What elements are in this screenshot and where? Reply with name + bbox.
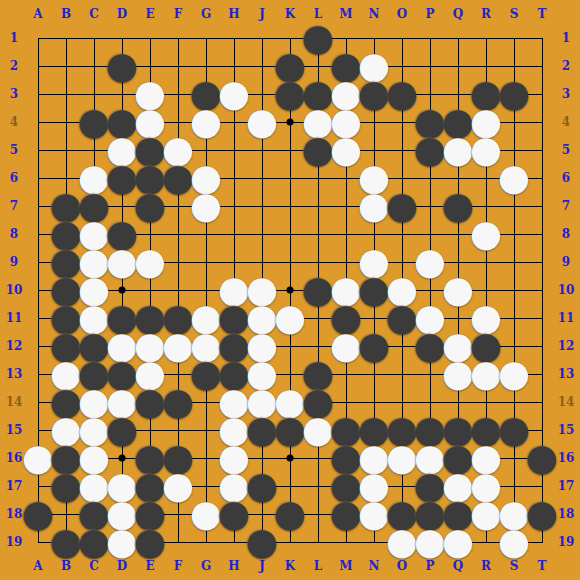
black-stone-L5: ● [304,136,332,164]
white-stone-O19: ● [388,528,416,556]
row-label-right-11: 11 [558,311,575,325]
black-stone-L10: ● [304,276,332,304]
point-Q5[interactable]: ● [444,136,472,164]
point-H4[interactable] [220,108,248,136]
point-L17[interactable] [304,472,332,500]
black-stone-J19: ● [248,528,276,556]
point-P1[interactable] [416,24,444,52]
point-O1[interactable] [388,24,416,52]
white-stone-J4: ● [248,108,276,136]
col-label-top-F: F [174,7,183,21]
point-C1[interactable] [80,24,108,52]
point-N18[interactable]: ● [360,500,388,528]
point-G9[interactable] [192,248,220,276]
point-R9[interactable] [472,248,500,276]
point-J17[interactable]: ● [248,472,276,500]
point-S13[interactable]: ● [500,360,528,388]
row-label-right-1: 1 [562,31,570,45]
col-label-bottom-K: K [285,559,295,573]
row-label-right-9: 9 [562,255,570,269]
point-D6[interactable]: ● [108,164,136,192]
row-label-right-3: 3 [562,87,570,101]
point-L5[interactable]: ● [304,136,332,164]
point-D2[interactable]: ● [108,52,136,80]
black-stone-H18: ● [220,500,248,528]
point-Q7[interactable]: ● [444,192,472,220]
point-T6[interactable] [528,164,556,192]
point-A10[interactable] [24,276,52,304]
point-T10[interactable] [528,276,556,304]
col-label-top-O: O [397,7,407,21]
point-T11[interactable] [528,304,556,332]
row-label-left-17: 17 [6,479,23,493]
point-A4[interactable] [24,108,52,136]
black-stone-L1: ● [304,24,332,52]
white-stone-A16: ● [24,444,52,472]
point-F18[interactable] [164,500,192,528]
col-label-top-P: P [425,7,434,21]
white-stone-Q19: ● [444,528,472,556]
point-N12[interactable]: ● [360,332,388,360]
col-label-top-N: N [369,7,380,21]
point-H6[interactable] [220,164,248,192]
point-A11[interactable] [24,304,52,332]
point-R19[interactable] [472,528,500,556]
point-B2[interactable] [52,52,80,80]
point-A5[interactable] [24,136,52,164]
col-label-top-R: R [481,7,491,21]
row-label-left-13: 13 [6,367,23,381]
point-J4[interactable]: ● [248,108,276,136]
black-stone-O7: ● [388,192,416,220]
star-point-K4 [287,119,294,126]
white-stone-P9: ● [416,248,444,276]
point-E19[interactable]: ● [136,528,164,556]
point-R5[interactable]: ● [472,136,500,164]
point-F17[interactable]: ● [164,472,192,500]
point-T12[interactable] [528,332,556,360]
white-stone-R18: ● [472,500,500,528]
white-stone-E9: ● [136,248,164,276]
point-J7[interactable] [248,192,276,220]
black-stone-N3: ● [360,80,388,108]
point-T7[interactable] [528,192,556,220]
point-N13[interactable] [360,360,388,388]
black-stone-A18: ● [24,500,52,528]
point-T14[interactable] [528,388,556,416]
point-P9[interactable]: ● [416,248,444,276]
row-label-left-7: 7 [10,199,18,213]
point-M7[interactable] [332,192,360,220]
star-point-K10 [287,287,294,294]
point-P19[interactable]: ● [416,528,444,556]
white-stone-K11: ● [276,304,304,332]
col-label-bottom-M: M [339,559,352,573]
point-B4[interactable] [52,108,80,136]
point-A14[interactable] [24,388,52,416]
point-P2[interactable] [416,52,444,80]
point-E7[interactable]: ● [136,192,164,220]
point-S1[interactable] [500,24,528,52]
white-stone-S13: ● [500,360,528,388]
black-stone-E19: ● [136,528,164,556]
point-L16[interactable] [304,444,332,472]
point-K16[interactable] [276,444,304,472]
point-A16[interactable]: ● [24,444,52,472]
point-F12[interactable]: ● [164,332,192,360]
point-T4[interactable] [528,108,556,136]
black-stone-C4: ● [80,108,108,136]
col-label-top-D: D [117,7,127,21]
row-label-right-19: 19 [558,535,575,549]
point-H8[interactable] [220,220,248,248]
black-stone-O3: ● [388,80,416,108]
point-G16[interactable] [192,444,220,472]
black-stone-C19: ● [80,528,108,556]
point-S19[interactable]: ● [500,528,528,556]
black-stone-D6: ● [108,164,136,192]
white-stone-Q5: ● [444,136,472,164]
point-C19[interactable]: ● [80,528,108,556]
point-R13[interactable]: ● [472,360,500,388]
point-S16[interactable] [500,444,528,472]
point-R6[interactable] [472,164,500,192]
point-N3[interactable]: ● [360,80,388,108]
point-P13[interactable] [416,360,444,388]
point-H5[interactable] [220,136,248,164]
row-label-right-13: 13 [558,367,575,381]
point-O12[interactable] [388,332,416,360]
black-stone-Q7: ● [444,192,472,220]
point-J8[interactable] [248,220,276,248]
point-M19[interactable] [332,528,360,556]
point-C4[interactable]: ● [80,108,108,136]
point-T13[interactable] [528,360,556,388]
point-S9[interactable] [500,248,528,276]
star-point-K16 [287,455,294,462]
point-F9[interactable] [164,248,192,276]
point-R18[interactable]: ● [472,500,500,528]
point-A7[interactable] [24,192,52,220]
row-label-right-12: 12 [558,339,575,353]
col-label-bottom-R: R [481,559,491,573]
point-B3[interactable] [52,80,80,108]
col-label-top-G: G [201,7,211,21]
white-stone-H3: ● [220,80,248,108]
row-label-right-10: 10 [558,283,575,297]
col-label-bottom-F: F [174,559,183,573]
point-L19[interactable] [304,528,332,556]
black-stone-S15: ● [500,416,528,444]
point-H1[interactable] [220,24,248,52]
point-L7[interactable] [304,192,332,220]
point-F6[interactable]: ● [164,164,192,192]
black-stone-K3: ● [276,80,304,108]
point-R8[interactable]: ● [472,220,500,248]
point-J6[interactable] [248,164,276,192]
point-M8[interactable] [332,220,360,248]
point-K15[interactable]: ● [276,416,304,444]
white-stone-N7: ● [360,192,388,220]
point-R1[interactable] [472,24,500,52]
white-stone-M5: ● [332,136,360,164]
point-T5[interactable] [528,136,556,164]
point-S3[interactable]: ● [500,80,528,108]
white-stone-S6: ● [500,164,528,192]
col-label-top-T: T [538,7,547,21]
point-J5[interactable] [248,136,276,164]
point-A6[interactable] [24,164,52,192]
point-G8[interactable] [192,220,220,248]
white-stone-N18: ● [360,500,388,528]
star-point-D16 [119,455,126,462]
white-stone-L15: ● [304,416,332,444]
point-P7[interactable] [416,192,444,220]
point-O7[interactable]: ● [388,192,416,220]
row-label-right-5: 5 [562,143,570,157]
point-F8[interactable] [164,220,192,248]
point-B19[interactable]: ● [52,528,80,556]
point-A12[interactable] [24,332,52,360]
black-stone-S3: ● [500,80,528,108]
row-label-left-6: 6 [10,171,18,185]
black-stone-K18: ● [276,500,304,528]
row-label-left-2: 2 [10,59,18,73]
point-A19[interactable] [24,528,52,556]
point-G7[interactable]: ● [192,192,220,220]
row-label-left-18: 18 [6,507,23,521]
row-label-right-6: 6 [562,171,570,185]
row-label-right-8: 8 [562,227,570,241]
point-F2[interactable] [164,52,192,80]
row-label-left-15: 15 [6,423,23,437]
point-N10[interactable]: ● [360,276,388,304]
row-label-left-16: 16 [6,451,23,465]
point-J15[interactable]: ● [248,416,276,444]
point-J19[interactable]: ● [248,528,276,556]
point-M18[interactable]: ● [332,500,360,528]
row-label-left-8: 8 [10,227,18,241]
point-F7[interactable] [164,192,192,220]
point-H18[interactable]: ● [220,500,248,528]
white-stone-S19: ● [500,528,528,556]
point-S6[interactable]: ● [500,164,528,192]
point-N7[interactable]: ● [360,192,388,220]
point-G19[interactable] [192,528,220,556]
point-D15[interactable]: ● [108,416,136,444]
point-Q2[interactable] [444,52,472,80]
point-T19[interactable] [528,528,556,556]
point-P12[interactable]: ● [416,332,444,360]
white-stone-R5: ● [472,136,500,164]
row-label-left-19: 19 [6,535,23,549]
point-G13[interactable]: ● [192,360,220,388]
point-F19[interactable] [164,528,192,556]
point-A9[interactable] [24,248,52,276]
point-O11[interactable]: ● [388,304,416,332]
point-T18[interactable]: ● [528,500,556,528]
point-T16[interactable]: ● [528,444,556,472]
black-stone-B19: ● [52,528,80,556]
row-label-right-7: 7 [562,199,570,213]
point-S11[interactable] [500,304,528,332]
col-label-top-E: E [145,7,154,21]
point-N4[interactable] [360,108,388,136]
row-label-right-15: 15 [558,423,575,437]
point-O16[interactable]: ● [388,444,416,472]
black-stone-O11: ● [388,304,416,332]
white-stone-F17: ● [164,472,192,500]
col-label-bottom-N: N [369,559,380,573]
point-K19[interactable] [276,528,304,556]
point-M13[interactable] [332,360,360,388]
point-S10[interactable] [500,276,528,304]
col-label-top-K: K [285,7,295,21]
point-B1[interactable] [52,24,80,52]
row-label-left-14: 14 [6,395,23,409]
point-H3[interactable]: ● [220,80,248,108]
point-P6[interactable] [416,164,444,192]
point-Q10[interactable]: ● [444,276,472,304]
point-A18[interactable]: ● [24,500,52,528]
point-F1[interactable] [164,24,192,52]
col-label-top-Q: Q [453,7,463,21]
white-stone-G7: ● [192,192,220,220]
point-M6[interactable] [332,164,360,192]
point-K5[interactable] [276,136,304,164]
point-D9[interactable]: ● [108,248,136,276]
point-L8[interactable] [304,220,332,248]
col-label-top-A: A [33,7,42,21]
point-L11[interactable] [304,304,332,332]
point-D19[interactable]: ● [108,528,136,556]
point-T3[interactable] [528,80,556,108]
black-stone-B17: ● [52,472,80,500]
point-M5[interactable]: ● [332,136,360,164]
point-K6[interactable] [276,164,304,192]
row-label-left-12: 12 [6,339,23,353]
point-E14[interactable]: ● [136,388,164,416]
col-label-top-J: J [259,7,265,21]
row-label-right-18: 18 [558,507,575,521]
col-label-top-B: B [61,7,71,21]
col-label-bottom-G: G [201,559,211,573]
row-label-left-3: 3 [10,87,18,101]
point-S7[interactable] [500,192,528,220]
black-stone-E14: ● [136,388,164,416]
point-K11[interactable]: ● [276,304,304,332]
point-J2[interactable] [248,52,276,80]
point-T8[interactable] [528,220,556,248]
white-stone-F12: ● [164,332,192,360]
point-A8[interactable] [24,220,52,248]
point-H19[interactable] [220,528,248,556]
point-K3[interactable]: ● [276,80,304,108]
point-O13[interactable] [388,360,416,388]
black-stone-D15: ● [108,416,136,444]
point-G18[interactable]: ● [192,500,220,528]
point-G4[interactable]: ● [192,108,220,136]
black-stone-P12: ● [416,332,444,360]
point-A13[interactable] [24,360,52,388]
col-label-bottom-A: A [33,559,42,573]
white-stone-P19: ● [416,528,444,556]
point-L18[interactable] [304,500,332,528]
point-T1[interactable] [528,24,556,52]
point-G14[interactable] [192,388,220,416]
point-S15[interactable]: ● [500,416,528,444]
point-Q1[interactable] [444,24,472,52]
point-Q8[interactable] [444,220,472,248]
point-B5[interactable] [52,136,80,164]
point-K12[interactable] [276,332,304,360]
point-O19[interactable]: ● [388,528,416,556]
point-E9[interactable]: ● [136,248,164,276]
black-stone-J15: ● [248,416,276,444]
row-label-right-14: 14 [558,395,575,409]
point-K9[interactable] [276,248,304,276]
point-G15[interactable] [192,416,220,444]
col-label-bottom-T: T [538,559,547,573]
point-G1[interactable] [192,24,220,52]
point-L10[interactable]: ● [304,276,332,304]
point-T2[interactable] [528,52,556,80]
point-P5[interactable]: ● [416,136,444,164]
point-L6[interactable] [304,164,332,192]
white-stone-G18: ● [192,500,220,528]
point-N19[interactable] [360,528,388,556]
point-S4[interactable] [500,108,528,136]
point-O4[interactable] [388,108,416,136]
point-L1[interactable]: ● [304,24,332,52]
go-board: AABBCCDDEEFFGGHHJJKKLLMMNNOOPPQQRRSSTT11… [0,0,580,580]
point-F14[interactable]: ● [164,388,192,416]
point-B17[interactable]: ● [52,472,80,500]
point-K8[interactable] [276,220,304,248]
point-J1[interactable] [248,24,276,52]
point-H7[interactable] [220,192,248,220]
point-E1[interactable] [136,24,164,52]
black-stone-N10: ● [360,276,388,304]
point-C2[interactable] [80,52,108,80]
point-K18[interactable]: ● [276,500,304,528]
point-Q19[interactable]: ● [444,528,472,556]
black-stone-M18: ● [332,500,360,528]
black-stone-F14: ● [164,388,192,416]
point-F3[interactable] [164,80,192,108]
point-O5[interactable] [388,136,416,164]
point-K4[interactable] [276,108,304,136]
col-label-bottom-H: H [228,559,239,573]
black-stone-P5: ● [416,136,444,164]
point-K7[interactable] [276,192,304,220]
white-stone-R13: ● [472,360,500,388]
row-label-left-5: 5 [10,143,18,157]
point-O8[interactable] [388,220,416,248]
point-A3[interactable] [24,80,52,108]
point-O3[interactable]: ● [388,80,416,108]
point-Q13[interactable]: ● [444,360,472,388]
point-A1[interactable] [24,24,52,52]
point-S8[interactable] [500,220,528,248]
point-A2[interactable] [24,52,52,80]
point-T9[interactable] [528,248,556,276]
point-L15[interactable]: ● [304,416,332,444]
col-label-bottom-L: L [314,559,322,573]
black-stone-E7: ● [136,192,164,220]
black-stone-G13: ● [192,360,220,388]
point-M12[interactable]: ● [332,332,360,360]
